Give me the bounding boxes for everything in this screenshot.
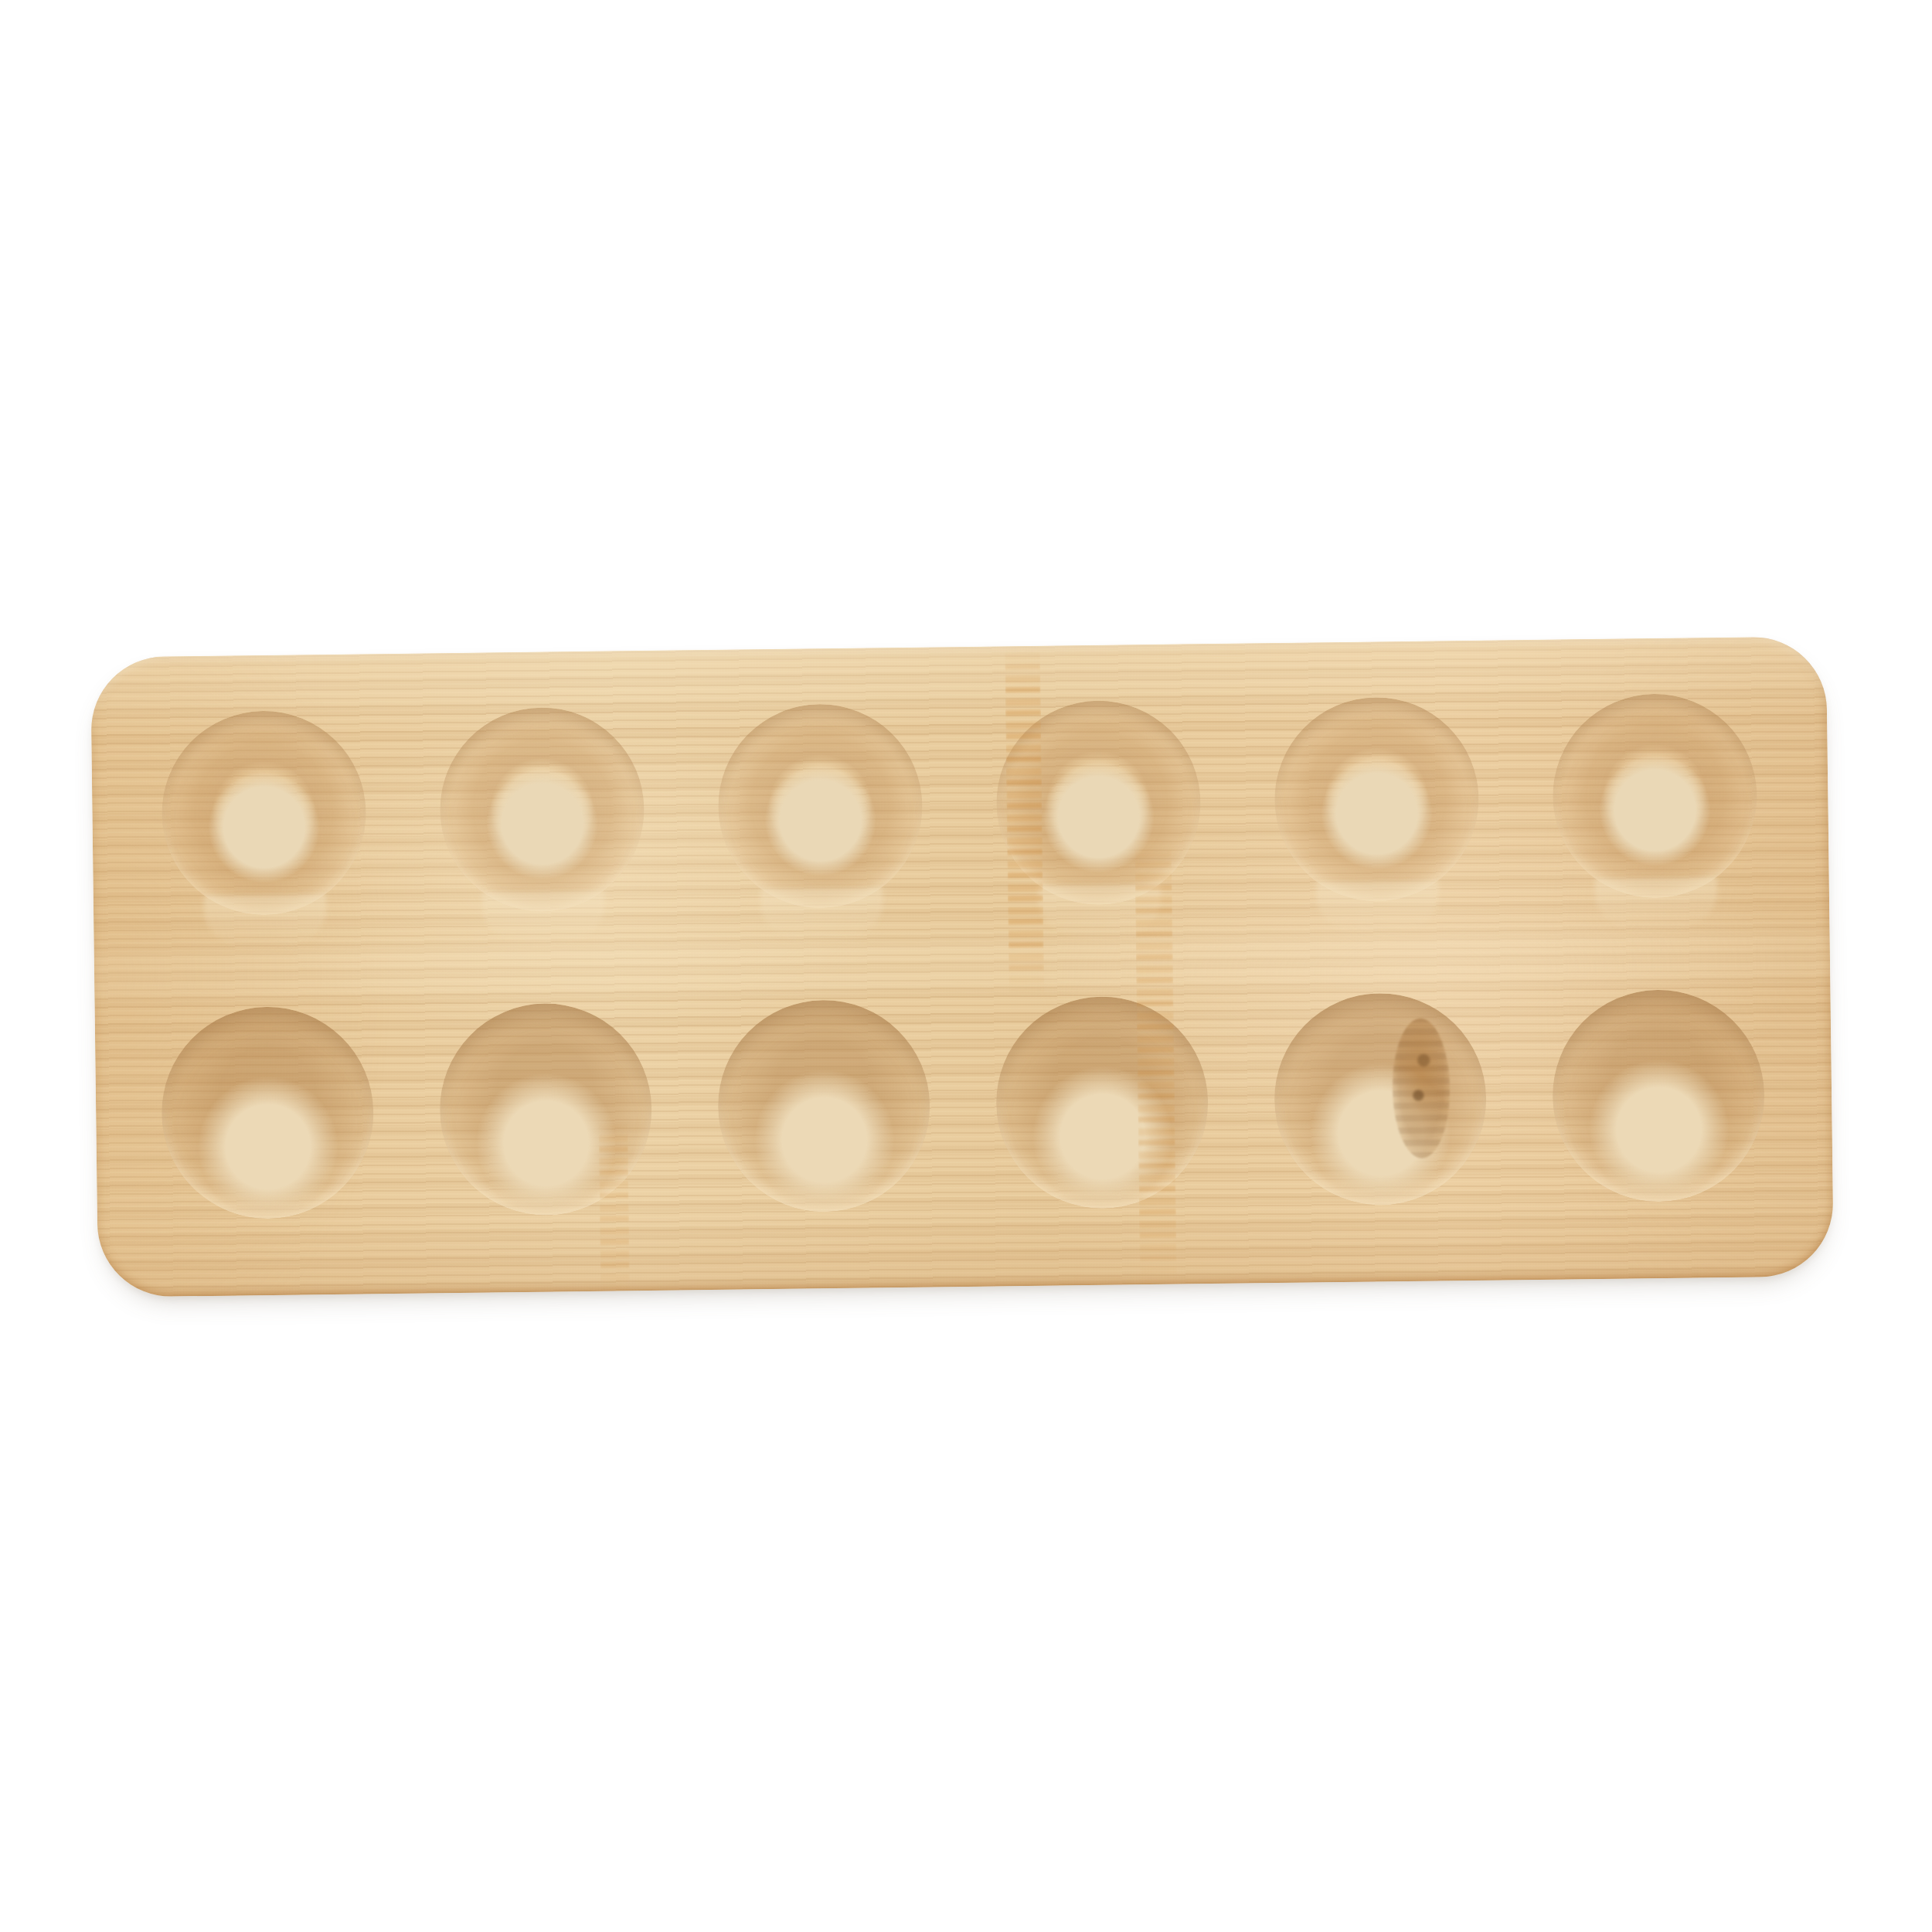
pit-top-4[interactable] bbox=[995, 699, 1202, 906]
pit-row-bottom bbox=[161, 988, 1766, 1219]
pit-bottom-1[interactable] bbox=[161, 1005, 375, 1219]
pit-top-6[interactable] bbox=[1552, 692, 1758, 899]
wood-knot-blob bbox=[1392, 1018, 1451, 1158]
pit-top-1[interactable] bbox=[161, 709, 367, 916]
pit-top-5[interactable] bbox=[1274, 696, 1480, 903]
pit-bottom-3[interactable] bbox=[717, 999, 931, 1213]
pit-bottom-4[interactable] bbox=[995, 995, 1209, 1209]
photo-scene bbox=[0, 0, 1932, 1932]
pit-bottom-2[interactable] bbox=[439, 1002, 653, 1216]
pit-row-top bbox=[161, 692, 1758, 916]
pit-top-3[interactable] bbox=[717, 703, 923, 910]
mancala-board bbox=[90, 636, 1834, 1297]
pit-bottom-6[interactable] bbox=[1551, 988, 1765, 1202]
pit-bottom-5[interactable] bbox=[1273, 992, 1487, 1206]
pit-top-2[interactable] bbox=[439, 706, 645, 913]
